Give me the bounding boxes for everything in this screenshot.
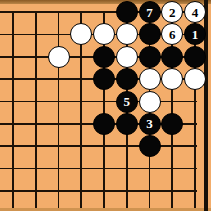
stone-white-r2c6 [116,23,138,45]
stone-white-r4c7 [139,68,161,90]
stone-white-r2c8-move-6: 6 [161,23,183,45]
stone-black-r3c7 [139,46,161,68]
stone-white-r2c4 [70,23,92,45]
stone-black-r6c8 [161,113,183,135]
stone-black-r3c9 [184,46,206,68]
stone-black-r1c7-move-7: 7 [139,1,161,23]
grid-line-h-9 [0,190,197,192]
move-number-label: 7 [146,6,153,19]
stone-white-r2c5 [93,23,115,45]
stone-black-r4c5 [93,68,115,90]
stone-white-r4c9 [184,68,206,90]
move-number-label: 4 [192,6,199,19]
go-board: 7246153 [0,0,211,211]
stone-black-r3c5 [93,46,115,68]
move-number-label: 1 [192,28,199,41]
grid-line-h-5 [0,101,197,103]
stone-white-r1c8-move-2: 2 [161,1,183,23]
stone-black-r7c7 [139,135,161,157]
move-number-label: 6 [169,28,176,41]
move-number-label: 5 [124,95,131,108]
grid-line-h-7 [0,145,197,147]
grid-line-v-3 [58,11,60,208]
stone-black-r6c6 [116,113,138,135]
stone-black-r2c7 [139,23,161,45]
stone-white-r5c7 [139,91,161,113]
grid-line-v-1 [12,11,14,208]
move-number-label: 3 [146,117,153,130]
stone-white-r3c6 [116,46,138,68]
stone-white-r4c8 [161,68,183,90]
grid-line-v-2 [35,11,37,208]
stone-black-r1c6 [116,1,138,23]
grid-line-h-8 [0,168,197,170]
stone-black-r2c9-move-1: 1 [184,23,206,45]
move-number-label: 2 [169,6,176,19]
board-bottom-edge [0,208,211,211]
stone-white-r3c3 [48,46,70,68]
stone-black-r5c6-move-5: 5 [116,91,138,113]
stone-black-r3c8 [161,46,183,68]
stone-black-r4c6 [116,68,138,90]
stone-black-r6c5 [93,113,115,135]
stone-white-r1c9-move-4: 4 [184,1,206,23]
stone-black-r6c7-move-3: 3 [139,113,161,135]
